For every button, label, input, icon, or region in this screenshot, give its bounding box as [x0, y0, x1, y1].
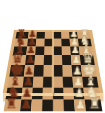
square-h4[interactable]: [52, 99, 63, 111]
square-h2[interactable]: ♟: [74, 99, 86, 111]
square-g6[interactable]: [31, 88, 42, 100]
piece-black-rook[interactable]: ♜: [5, 98, 17, 112]
square-f6[interactable]: [32, 77, 43, 88]
chess-board: ♜♟♟♜♞♟♟♞♝♟♟♝♛♟♟♛♚♟♟♚♝♟♟♝♞♟♟♞♜♟♟♜: [2, 30, 103, 93]
square-h1[interactable]: ♜: [85, 99, 102, 111]
square-d7[interactable]: ♟: [24, 55, 34, 65]
square-c6[interactable]: [34, 47, 43, 55]
square-h7[interactable]: ♟: [19, 99, 31, 111]
square-e6[interactable]: [33, 65, 43, 77]
piece-white-pawn[interactable]: ♟: [75, 99, 86, 111]
piece-black-pawn[interactable]: ♟: [19, 99, 30, 111]
square-a6[interactable]: [36, 32, 45, 39]
piece-black-pawn[interactable]: ♟: [24, 55, 33, 65]
square-h8[interactable]: ♜: [3, 99, 20, 111]
square-b3[interactable]: [61, 39, 70, 47]
square-g3[interactable]: [63, 88, 74, 100]
square-b6[interactable]: [35, 39, 44, 47]
square-g5[interactable]: [42, 88, 53, 100]
chess-board-grid: ♜♟♟♜♞♟♟♞♝♟♟♝♛♟♟♛♚♟♟♚♝♟♟♝♞♟♟♞♜♟♟♜: [2, 30, 103, 93]
square-h3[interactable]: [63, 99, 75, 111]
square-d3[interactable]: [62, 55, 72, 65]
square-g4[interactable]: [52, 88, 63, 100]
board-fold-line: [51, 30, 54, 93]
square-d2[interactable]: ♟: [71, 55, 81, 65]
square-h5[interactable]: [41, 99, 52, 111]
chess-set-photo: ♜♟♟♜♞♟♟♞♝♟♟♝♛♟♟♛♚♟♟♚♝♟♟♝♞♟♟♞♜♟♟♜: [0, 0, 105, 113]
square-f3[interactable]: [62, 77, 73, 88]
square-c3[interactable]: [61, 47, 70, 55]
square-h6[interactable]: [30, 99, 42, 111]
square-d6[interactable]: [34, 55, 44, 65]
piece-white-pawn[interactable]: ♟: [71, 55, 80, 65]
piece-white-rook[interactable]: ♜: [88, 98, 100, 112]
square-a3[interactable]: [61, 32, 70, 39]
square-e3[interactable]: [62, 65, 72, 77]
